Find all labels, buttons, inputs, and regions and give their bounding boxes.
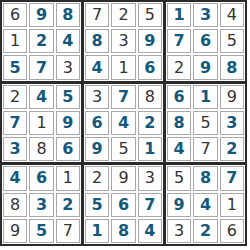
sudoku-cell[interactable]: 3: [111, 29, 135, 53]
sudoku-cell[interactable]: 8: [85, 29, 109, 53]
sudoku-cell[interactable]: 2: [111, 3, 135, 27]
sudoku-board: 6 9 8 1 2 4 5 7 3 7 2 5 8 3 9 4 1 6 1 3 …: [0, 0, 247, 246]
sudoku-cell[interactable]: 2: [3, 85, 27, 109]
sudoku-cell[interactable]: 6: [85, 111, 109, 135]
sudoku-cell[interactable]: 1: [56, 166, 80, 190]
sudoku-cell[interactable]: 6: [220, 219, 244, 243]
sudoku-cell[interactable]: 1: [193, 85, 217, 109]
sudoku-cell[interactable]: 7: [193, 137, 217, 161]
sudoku-cell[interactable]: 7: [29, 55, 53, 79]
sudoku-cell[interactable]: 6: [138, 55, 162, 79]
sudoku-cell[interactable]: 1: [3, 29, 27, 53]
sudoku-cell[interactable]: 1: [111, 55, 135, 79]
sudoku-box: 6 9 8 1 2 4 5 7 3: [2, 2, 81, 81]
sudoku-cell[interactable]: 6: [56, 137, 80, 161]
sudoku-cell[interactable]: 6: [29, 166, 53, 190]
sudoku-cell[interactable]: 8: [56, 3, 80, 27]
sudoku-cell[interactable]: 4: [85, 55, 109, 79]
sudoku-cell[interactable]: 8: [220, 55, 244, 79]
sudoku-cell[interactable]: 9: [56, 111, 80, 135]
sudoku-cell[interactable]: 4: [193, 193, 217, 217]
sudoku-cell[interactable]: 3: [3, 137, 27, 161]
sudoku-cell[interactable]: 9: [220, 85, 244, 109]
sudoku-cell[interactable]: 4: [220, 3, 244, 27]
sudoku-cell[interactable]: 5: [111, 137, 135, 161]
sudoku-cell[interactable]: 2: [220, 137, 244, 161]
sudoku-cell[interactable]: 1: [220, 193, 244, 217]
sudoku-cell[interactable]: 5: [56, 85, 80, 109]
sudoku-cell[interactable]: 7: [111, 85, 135, 109]
sudoku-cell[interactable]: 9: [138, 29, 162, 53]
sudoku-cell[interactable]: 7: [56, 219, 80, 243]
sudoku-cell[interactable]: 9: [111, 166, 135, 190]
sudoku-cell[interactable]: 8: [29, 137, 53, 161]
sudoku-box: 3 7 8 6 4 2 9 5 1: [84, 84, 163, 163]
sudoku-cell[interactable]: 2: [29, 29, 53, 53]
sudoku-cell[interactable]: 8: [3, 193, 27, 217]
sudoku-cell[interactable]: 3: [29, 193, 53, 217]
sudoku-cell[interactable]: 4: [138, 219, 162, 243]
sudoku-cell[interactable]: 5: [167, 166, 191, 190]
sudoku-cell[interactable]: 4: [111, 111, 135, 135]
sudoku-box: 5 8 7 9 4 1 3 2 6: [166, 165, 245, 244]
sudoku-cell[interactable]: 8: [193, 166, 217, 190]
sudoku-cell[interactable]: 4: [29, 85, 53, 109]
sudoku-cell[interactable]: 5: [220, 29, 244, 53]
sudoku-cell[interactable]: 9: [3, 219, 27, 243]
sudoku-cell[interactable]: 5: [3, 55, 27, 79]
sudoku-cell[interactable]: 3: [138, 166, 162, 190]
sudoku-cell[interactable]: 2: [138, 111, 162, 135]
sudoku-cell[interactable]: 9: [167, 193, 191, 217]
sudoku-box: 2 4 5 7 1 9 3 8 6: [2, 84, 81, 163]
sudoku-cell[interactable]: 4: [3, 166, 27, 190]
sudoku-cell[interactable]: 3: [167, 219, 191, 243]
sudoku-cell[interactable]: 9: [193, 55, 217, 79]
sudoku-cell[interactable]: 3: [193, 3, 217, 27]
sudoku-cell[interactable]: 5: [138, 3, 162, 27]
sudoku-cell[interactable]: 6: [3, 3, 27, 27]
sudoku-cell[interactable]: 8: [167, 111, 191, 135]
sudoku-cell[interactable]: 5: [29, 219, 53, 243]
sudoku-box: 2 9 3 5 6 7 1 8 4: [84, 165, 163, 244]
sudoku-cell[interactable]: 7: [220, 166, 244, 190]
sudoku-cell[interactable]: 9: [85, 137, 109, 161]
sudoku-cell[interactable]: 3: [220, 111, 244, 135]
sudoku-box: 6 1 9 8 5 3 4 7 2: [166, 84, 245, 163]
sudoku-cell[interactable]: 7: [167, 29, 191, 53]
sudoku-cell[interactable]: 1: [85, 219, 109, 243]
sudoku-cell[interactable]: 5: [193, 111, 217, 135]
sudoku-cell[interactable]: 6: [111, 193, 135, 217]
sudoku-cell[interactable]: 1: [138, 137, 162, 161]
sudoku-cell[interactable]: 7: [3, 111, 27, 135]
sudoku-cell[interactable]: 6: [167, 85, 191, 109]
sudoku-box: 7 2 5 8 3 9 4 1 6: [84, 2, 163, 81]
sudoku-cell[interactable]: 7: [85, 3, 109, 27]
sudoku-cell[interactable]: 2: [167, 55, 191, 79]
sudoku-cell[interactable]: 3: [85, 85, 109, 109]
sudoku-cell[interactable]: 5: [85, 193, 109, 217]
sudoku-cell[interactable]: 2: [193, 219, 217, 243]
sudoku-cell[interactable]: 2: [56, 193, 80, 217]
sudoku-cell[interactable]: 9: [29, 3, 53, 27]
sudoku-cell[interactable]: 1: [29, 111, 53, 135]
sudoku-box: 1 3 4 7 6 5 2 9 8: [166, 2, 245, 81]
sudoku-cell[interactable]: 6: [193, 29, 217, 53]
sudoku-cell[interactable]: 8: [111, 219, 135, 243]
sudoku-cell[interactable]: 1: [167, 3, 191, 27]
sudoku-cell[interactable]: 8: [138, 85, 162, 109]
sudoku-cell[interactable]: 7: [138, 193, 162, 217]
sudoku-cell[interactable]: 2: [85, 166, 109, 190]
sudoku-cell[interactable]: 4: [56, 29, 80, 53]
sudoku-box: 4 6 1 8 3 2 9 5 7: [2, 165, 81, 244]
sudoku-cell[interactable]: 3: [56, 55, 80, 79]
sudoku-cell[interactable]: 4: [167, 137, 191, 161]
